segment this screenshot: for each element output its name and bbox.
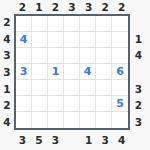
cell-r2c3[interactable] <box>48 32 64 48</box>
clue-bottom-5: 1 <box>80 130 97 149</box>
cell-r2c4[interactable] <box>64 32 80 48</box>
cell-r5c7[interactable] <box>112 80 128 96</box>
cell-r3c2[interactable] <box>32 48 48 64</box>
cell-r7c3[interactable] <box>48 112 64 128</box>
clue-top-2: 1 <box>31 0 48 14</box>
cell-r2c7[interactable] <box>112 32 128 48</box>
cell-r3c1[interactable] <box>16 48 32 64</box>
clue-right-2: 1 <box>131 31 146 48</box>
cell-r4c4[interactable] <box>64 64 80 80</box>
cell-r6c6[interactable] <box>96 96 112 112</box>
cell-r1c1[interactable] <box>16 16 32 32</box>
clue-right-5: 3 <box>131 80 146 97</box>
clue-left-5: 1 <box>0 80 14 97</box>
clue-right-1 <box>131 14 146 31</box>
cell-r6c5[interactable] <box>80 96 96 112</box>
cell-r6c7[interactable]: 5 <box>112 96 128 112</box>
clue-top-3: 2 <box>47 0 64 14</box>
cell-r4c3[interactable]: 1 <box>48 64 64 80</box>
cell-r7c6[interactable] <box>96 112 112 128</box>
clue-top-7: 2 <box>113 0 130 14</box>
clue-right-3: 4 <box>131 47 146 64</box>
cell-r4c1[interactable]: 3 <box>16 64 32 80</box>
clue-right-6: 2 <box>131 97 146 114</box>
clue-left-7: 4 <box>0 113 14 130</box>
clue-right-7: 3 <box>131 113 146 130</box>
clue-right-4 <box>131 64 146 81</box>
cell-r1c5[interactable] <box>80 16 96 32</box>
cell-r7c4[interactable] <box>64 112 80 128</box>
cell-r1c7[interactable] <box>112 16 128 32</box>
cell-r1c3[interactable] <box>48 16 64 32</box>
clue-left-1: 2 <box>0 14 14 31</box>
cell-r1c6[interactable] <box>96 16 112 32</box>
clue-left-2: 4 <box>0 31 14 48</box>
cell-r2c2[interactable] <box>32 32 48 48</box>
skyscrapers-puzzle: 2123322 2433124 14323 353134 431465 <box>0 0 150 150</box>
clues-top: 2123322 <box>14 0 130 14</box>
clues-bottom: 353134 <box>14 130 130 149</box>
cell-r3c6[interactable] <box>96 48 112 64</box>
clue-bottom-3: 3 <box>47 130 64 149</box>
cell-r6c4[interactable] <box>64 96 80 112</box>
clue-top-5: 3 <box>80 0 97 14</box>
cell-r7c5[interactable] <box>80 112 96 128</box>
cell-r4c2[interactable] <box>32 64 48 80</box>
clue-bottom-1: 3 <box>14 130 31 149</box>
cell-r5c5[interactable] <box>80 80 96 96</box>
cell-r4c6[interactable] <box>96 64 112 80</box>
cell-r4c5[interactable]: 4 <box>80 64 96 80</box>
clue-top-6: 2 <box>97 0 114 14</box>
clue-left-4: 3 <box>0 64 14 81</box>
cell-r3c7[interactable] <box>112 48 128 64</box>
cell-r1c4[interactable] <box>64 16 80 32</box>
cell-r5c2[interactable] <box>32 80 48 96</box>
cell-r6c3[interactable] <box>48 96 64 112</box>
cell-r7c2[interactable] <box>32 112 48 128</box>
cell-r3c4[interactable] <box>64 48 80 64</box>
clues-left: 2433124 <box>0 14 14 130</box>
cell-r1c2[interactable] <box>32 16 48 32</box>
clue-bottom-6: 3 <box>97 130 114 149</box>
cell-r4c7[interactable]: 6 <box>112 64 128 80</box>
clue-top-4: 3 <box>64 0 81 14</box>
board: 431465 <box>14 14 130 130</box>
cell-r3c3[interactable] <box>48 48 64 64</box>
cell-r7c1[interactable] <box>16 112 32 128</box>
clue-top-1: 2 <box>14 0 31 14</box>
clue-left-6: 2 <box>0 97 14 114</box>
cell-r2c6[interactable] <box>96 32 112 48</box>
cell-r5c6[interactable] <box>96 80 112 96</box>
cell-r2c5[interactable] <box>80 32 96 48</box>
clues-right: 14323 <box>131 14 146 130</box>
clue-left-3: 3 <box>0 47 14 64</box>
cell-r6c2[interactable] <box>32 96 48 112</box>
cell-r5c3[interactable] <box>48 80 64 96</box>
clue-bottom-4 <box>64 130 81 149</box>
clue-bottom-7: 4 <box>113 130 130 149</box>
cell-r6c1[interactable] <box>16 96 32 112</box>
cell-r2c1[interactable]: 4 <box>16 32 32 48</box>
cell-r7c7[interactable] <box>112 112 128 128</box>
cell-r3c5[interactable] <box>80 48 96 64</box>
cell-r5c4[interactable] <box>64 80 80 96</box>
clue-bottom-2: 5 <box>31 130 48 149</box>
cell-r5c1[interactable] <box>16 80 32 96</box>
